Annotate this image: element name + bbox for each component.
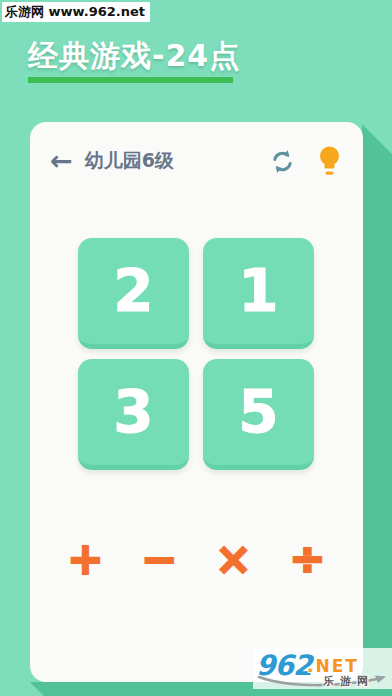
game-card: ← 幼儿园6级 bbox=[30, 122, 363, 682]
number-tiles-grid: 2 1 3 5 bbox=[78, 238, 314, 470]
watermark-site-name: 乐游网 bbox=[323, 674, 374, 689]
site-watermark-bottom: 962 .NET 乐游网 bbox=[253, 648, 392, 689]
number-tile[interactable]: 5 bbox=[203, 359, 314, 470]
plus-operator-button[interactable]: + bbox=[66, 530, 106, 586]
operators-row: + − × ÷ bbox=[30, 530, 363, 586]
divide-operator-button[interactable]: ÷ bbox=[288, 530, 328, 586]
minus-operator-button[interactable]: − bbox=[140, 530, 180, 586]
number-tile[interactable]: 3 bbox=[78, 359, 189, 470]
card-header: ← 幼儿园6级 bbox=[30, 146, 363, 176]
title-underline bbox=[28, 77, 233, 83]
site-watermark-top: 乐游网 www.962.net bbox=[2, 2, 150, 22]
number-tile[interactable]: 1 bbox=[203, 238, 314, 349]
multiply-operator-button[interactable]: × bbox=[214, 530, 254, 586]
back-arrow-icon[interactable]: ← bbox=[50, 148, 73, 174]
watermark-brand-suffix: .NET bbox=[307, 656, 359, 676]
hint-lightbulb-icon[interactable] bbox=[316, 146, 343, 176]
number-tile[interactable]: 2 bbox=[78, 238, 189, 349]
refresh-icon[interactable] bbox=[269, 148, 296, 175]
game-screen: 乐游网 www.962.net 经典游戏-24点 ← 幼儿园6级 bbox=[0, 0, 392, 696]
page-title: 经典游戏-24点 bbox=[28, 36, 240, 77]
level-label: 幼儿园6级 bbox=[85, 148, 174, 174]
